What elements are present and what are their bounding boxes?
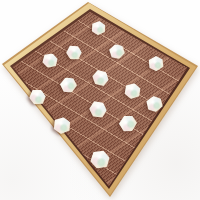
white-stone-face — [116, 112, 140, 136]
white-stone-face — [40, 51, 60, 71]
white-stone[interactable] — [91, 21, 106, 35]
white-stone[interactable] — [60, 77, 77, 93]
white-stone[interactable] — [92, 70, 109, 86]
white-stone-face — [88, 66, 111, 89]
white-stone-face — [57, 74, 79, 95]
white-stone[interactable] — [124, 83, 141, 99]
white-stone[interactable] — [148, 56, 164, 71]
white-stone[interactable] — [119, 115, 137, 132]
white-stone-face — [26, 85, 49, 107]
white-stone-face — [63, 42, 85, 63]
white-stone[interactable] — [66, 45, 82, 60]
white-stone[interactable] — [53, 117, 71, 134]
white-stone-face — [87, 147, 113, 172]
stones-layer — [0, 0, 200, 200]
white-stone[interactable] — [89, 101, 107, 118]
white-stone-face — [90, 20, 107, 36]
white-stone-face — [144, 94, 163, 112]
white-stone[interactable] — [29, 89, 46, 105]
photo-scene — [0, 0, 200, 200]
white-stone[interactable] — [42, 53, 58, 68]
white-stone[interactable] — [146, 96, 163, 112]
white-stone[interactable] — [109, 44, 125, 59]
white-stone-face — [122, 81, 142, 101]
white-stone-face — [148, 56, 164, 71]
white-stone-face — [86, 97, 111, 122]
white-stone[interactable] — [90, 150, 110, 169]
white-stone-face — [52, 116, 73, 136]
white-stone-face — [107, 42, 126, 61]
